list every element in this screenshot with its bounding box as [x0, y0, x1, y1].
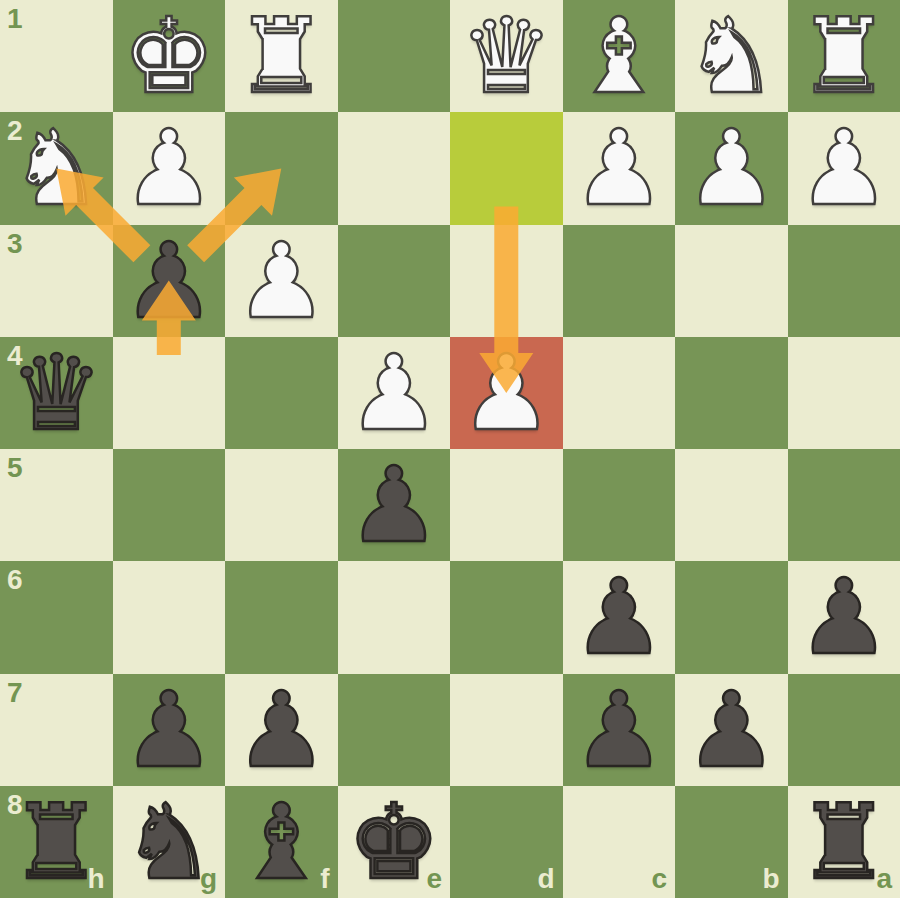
rank-label-7: 7 — [7, 679, 23, 707]
square-a8[interactable]: ♜a — [788, 786, 900, 898]
white-pawn[interactable]: ♟ — [338, 337, 451, 449]
file-label-g: g — [200, 865, 217, 893]
square-c2[interactable]: ♟ — [563, 112, 676, 224]
square-g2[interactable]: ♟ — [113, 112, 226, 224]
chess-board: 1♚♜♛♝♞♜♞2♟♟♟♟3♟♟♛4♟♟5♟6♟♟7♟♟♟♟♜8h♞g♝f♚ed… — [0, 0, 900, 898]
square-d1[interactable]: ♛ — [450, 0, 563, 112]
square-h1[interactable]: 1 — [0, 0, 113, 112]
square-h5[interactable]: 5 — [0, 449, 113, 561]
square-c6[interactable]: ♟ — [563, 561, 676, 673]
square-f2[interactable] — [225, 112, 338, 224]
black-pawn[interactable]: ♟ — [225, 674, 338, 786]
white-pawn[interactable]: ♟ — [113, 112, 226, 224]
square-b4[interactable] — [675, 337, 788, 449]
square-e4[interactable]: ♟ — [338, 337, 451, 449]
square-a5[interactable] — [788, 449, 900, 561]
file-label-d: d — [537, 865, 554, 893]
black-pawn[interactable]: ♟ — [563, 561, 676, 673]
square-h8[interactable]: ♜8h — [0, 786, 113, 898]
square-e6[interactable] — [338, 561, 451, 673]
square-b6[interactable] — [675, 561, 788, 673]
white-pawn[interactable]: ♟ — [788, 112, 900, 224]
white-pawn[interactable]: ♟ — [675, 112, 788, 224]
square-h3[interactable]: 3 — [0, 225, 113, 337]
board-squares: 1♚♜♛♝♞♜♞2♟♟♟♟3♟♟♛4♟♟5♟6♟♟7♟♟♟♟♜8h♞g♝f♚ed… — [0, 0, 900, 898]
square-g6[interactable] — [113, 561, 226, 673]
square-b5[interactable] — [675, 449, 788, 561]
square-f1[interactable]: ♜ — [225, 0, 338, 112]
square-a1[interactable]: ♜ — [788, 0, 900, 112]
file-label-h: h — [87, 865, 104, 893]
rank-label-2: 2 — [7, 117, 23, 145]
square-b2[interactable]: ♟ — [675, 112, 788, 224]
square-g5[interactable] — [113, 449, 226, 561]
file-label-f: f — [320, 865, 329, 893]
rank-label-5: 5 — [7, 454, 23, 482]
square-d7[interactable] — [450, 674, 563, 786]
square-g7[interactable]: ♟ — [113, 674, 226, 786]
white-rook[interactable]: ♜ — [225, 0, 338, 112]
square-h6[interactable]: 6 — [0, 561, 113, 673]
square-f3[interactable]: ♟ — [225, 225, 338, 337]
square-h7[interactable]: 7 — [0, 674, 113, 786]
square-b8[interactable]: b — [675, 786, 788, 898]
rank-label-4: 4 — [7, 342, 23, 370]
white-queen[interactable]: ♛ — [450, 0, 563, 112]
white-pawn[interactable]: ♟ — [563, 112, 676, 224]
square-e2[interactable] — [338, 112, 451, 224]
white-king[interactable]: ♚ — [113, 0, 226, 112]
rank-label-6: 6 — [7, 566, 23, 594]
square-a3[interactable] — [788, 225, 900, 337]
square-g4[interactable] — [113, 337, 226, 449]
black-pawn[interactable]: ♟ — [113, 225, 226, 337]
square-h4[interactable]: ♛4 — [0, 337, 113, 449]
square-e3[interactable] — [338, 225, 451, 337]
square-b1[interactable]: ♞ — [675, 0, 788, 112]
rank-label-3: 3 — [7, 230, 23, 258]
square-f6[interactable] — [225, 561, 338, 673]
file-label-a: a — [876, 865, 892, 893]
square-d4[interactable]: ♟ — [450, 337, 563, 449]
square-g1[interactable]: ♚ — [113, 0, 226, 112]
square-a7[interactable] — [788, 674, 900, 786]
square-b3[interactable] — [675, 225, 788, 337]
file-label-b: b — [762, 865, 779, 893]
square-c1[interactable]: ♝ — [563, 0, 676, 112]
file-label-e: e — [426, 865, 442, 893]
square-c3[interactable] — [563, 225, 676, 337]
square-e7[interactable] — [338, 674, 451, 786]
square-f7[interactable]: ♟ — [225, 674, 338, 786]
square-d8[interactable]: d — [450, 786, 563, 898]
black-pawn[interactable]: ♟ — [675, 674, 788, 786]
square-e1[interactable] — [338, 0, 451, 112]
square-c8[interactable]: c — [563, 786, 676, 898]
rank-label-8: 8 — [7, 791, 23, 819]
rank-label-1: 1 — [7, 5, 23, 33]
white-knight[interactable]: ♞ — [675, 0, 788, 112]
square-g8[interactable]: ♞g — [113, 786, 226, 898]
square-f8[interactable]: ♝f — [225, 786, 338, 898]
square-c7[interactable]: ♟ — [563, 674, 676, 786]
white-pawn[interactable]: ♟ — [450, 337, 563, 449]
square-d5[interactable] — [450, 449, 563, 561]
square-c4[interactable] — [563, 337, 676, 449]
square-h2[interactable]: ♞2 — [0, 112, 113, 224]
square-f5[interactable] — [225, 449, 338, 561]
black-pawn[interactable]: ♟ — [113, 674, 226, 786]
black-pawn[interactable]: ♟ — [338, 449, 451, 561]
square-e8[interactable]: ♚e — [338, 786, 451, 898]
square-a4[interactable] — [788, 337, 900, 449]
black-pawn[interactable]: ♟ — [788, 561, 900, 673]
square-a2[interactable]: ♟ — [788, 112, 900, 224]
square-b7[interactable]: ♟ — [675, 674, 788, 786]
square-c5[interactable] — [563, 449, 676, 561]
square-d2[interactable] — [450, 112, 563, 224]
black-pawn[interactable]: ♟ — [563, 674, 676, 786]
square-f4[interactable] — [225, 337, 338, 449]
white-bishop[interactable]: ♝ — [563, 0, 676, 112]
white-pawn[interactable]: ♟ — [225, 225, 338, 337]
square-e5[interactable]: ♟ — [338, 449, 451, 561]
square-g3[interactable]: ♟ — [113, 225, 226, 337]
square-d6[interactable] — [450, 561, 563, 673]
file-label-c: c — [651, 865, 667, 893]
square-d3[interactable] — [450, 225, 563, 337]
square-a6[interactable]: ♟ — [788, 561, 900, 673]
white-rook[interactable]: ♜ — [788, 0, 900, 112]
